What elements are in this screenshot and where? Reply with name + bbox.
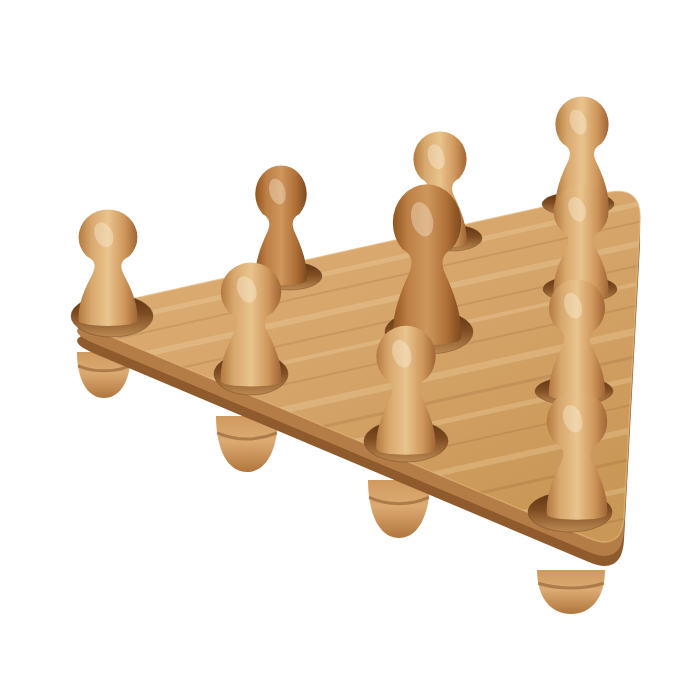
foot-corner [537,570,605,614]
peg-board [0,0,700,700]
peg-r1c1[interactable] [78,209,137,326]
product-photo [0,0,700,700]
